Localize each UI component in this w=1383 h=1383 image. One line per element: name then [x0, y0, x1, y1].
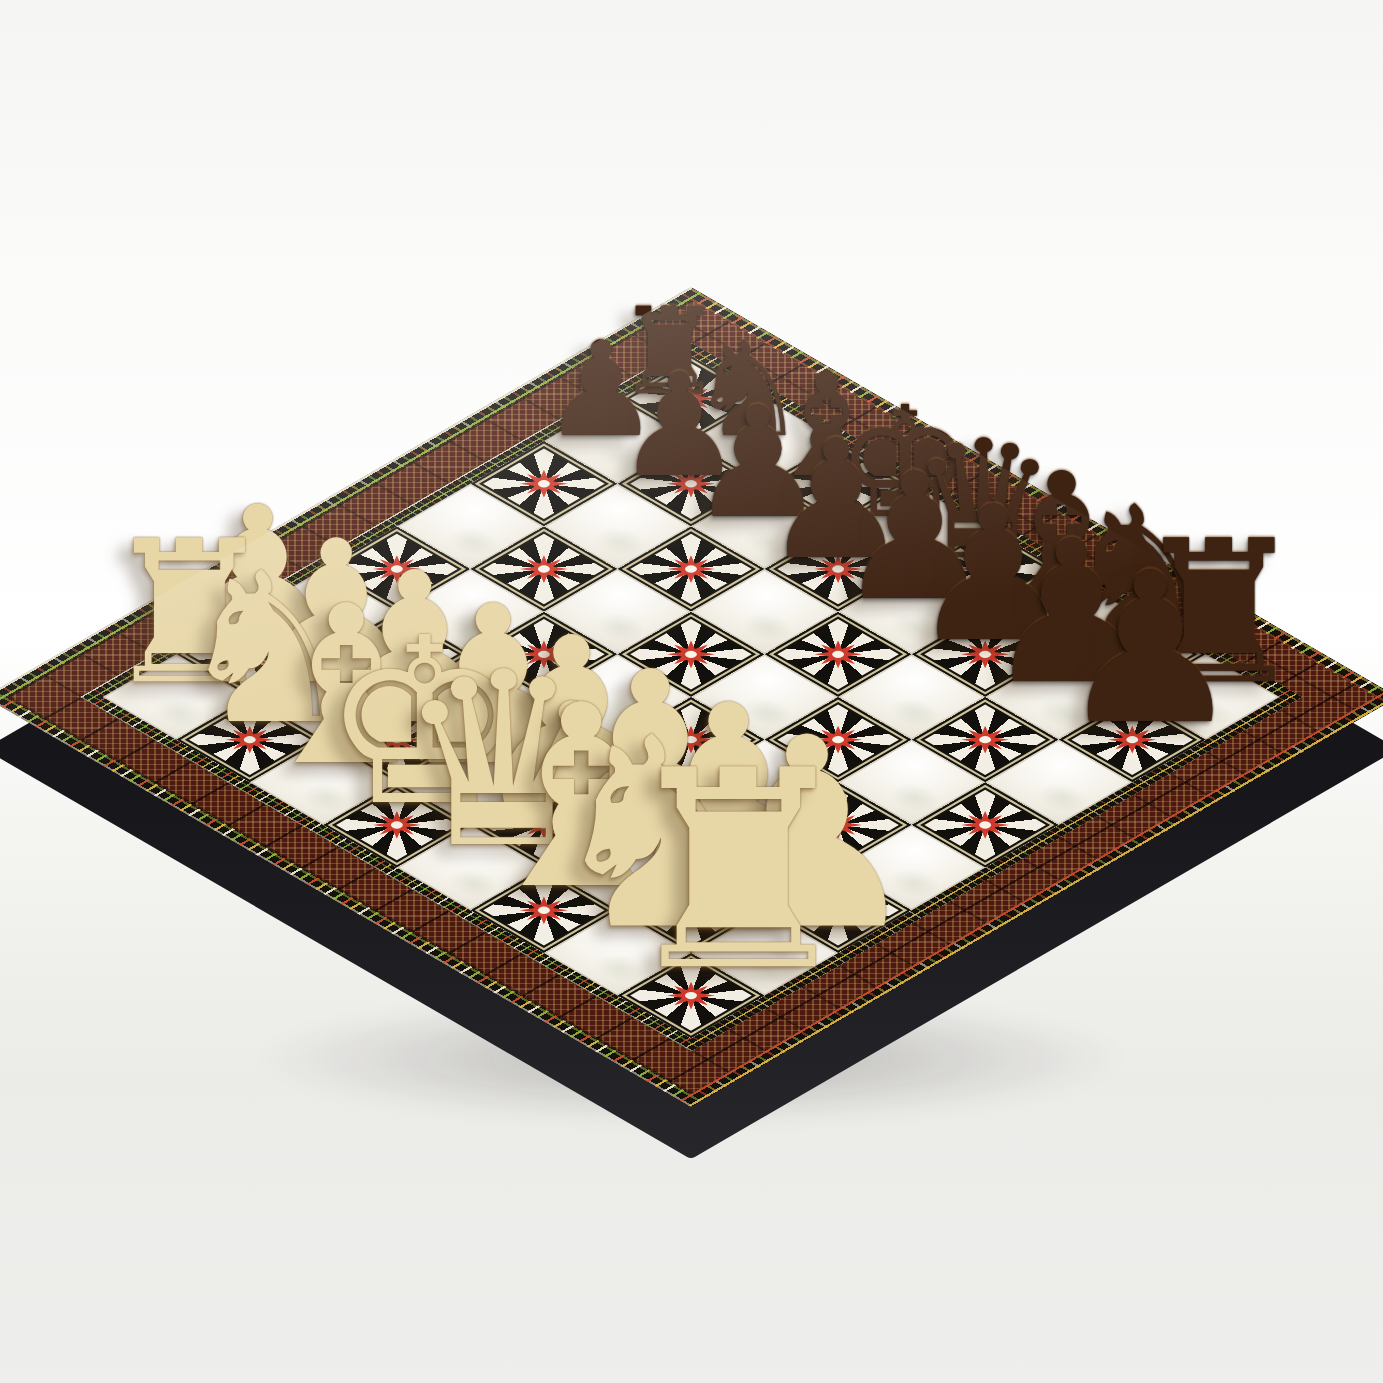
- piece-cell-a7: ♟: [1059, 697, 1206, 782]
- piece-cell-a1: ♜: [617, 953, 764, 1038]
- board-pieces: ♜♞♝♚♛♝♞♜♟♟♟♟♟♟♟♟♟♟♟♟♟♟♟♟♜♞♝♚♛♝♞♜: [103, 356, 1280, 1038]
- board-inner-dash-border: ♜♞♝♚♛♝♞♜♟♟♟♟♟♟♟♟♟♟♟♟♟♟♟♟♜♞♝♚♛♝♞♜: [80, 343, 1302, 1052]
- chessboard: ♜♞♝♚♛♝♞♜♟♟♟♟♟♟♟♟♟♟♟♟♟♟♟♟♜♞♝♚♛♝♞♜: [103, 356, 1280, 1038]
- black-pawn-a7[interactable]: ♟: [1057, 545, 1161, 753]
- studio-background: ♜♞♝♚♛♝♞♜♟♟♟♟♟♟♟♟♟♟♟♟♟♟♟♟♜♞♝♚♛♝♞♜: [0, 0, 1383, 1383]
- white-rook-a1[interactable]: ♜: [615, 735, 719, 1009]
